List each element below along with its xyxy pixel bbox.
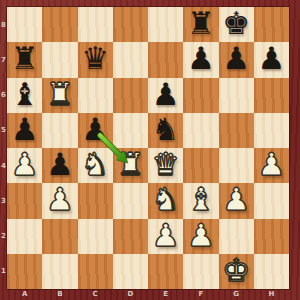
piece-black-pawn-f7[interactable]: ♟ bbox=[187, 43, 215, 74]
piece-white-knight-e3[interactable]: ♞ bbox=[152, 184, 180, 215]
piece-white-knight-c4[interactable]: ♞ bbox=[81, 149, 109, 180]
square-f1[interactable] bbox=[183, 254, 218, 289]
square-f8[interactable]: ♜ bbox=[183, 7, 218, 42]
square-b4[interactable]: ♟ bbox=[42, 148, 77, 183]
rank-label-8: 8 bbox=[0, 21, 7, 29]
square-g6[interactable] bbox=[219, 78, 254, 113]
piece-black-queen-c7[interactable]: ♛ bbox=[81, 43, 109, 74]
chess-board: ♜♚♜♛♟♟♟♝♜♟♟♟♞♟♟♞♜♛♟♟♞♝♟♟♟♚ bbox=[7, 7, 289, 289]
piece-black-rook-f8[interactable]: ♜ bbox=[187, 8, 215, 39]
square-e4[interactable]: ♛ bbox=[148, 148, 183, 183]
square-b7[interactable] bbox=[42, 42, 77, 77]
file-label-f: F bbox=[183, 290, 218, 299]
square-d8[interactable] bbox=[113, 7, 148, 42]
square-g1[interactable]: ♚ bbox=[219, 254, 254, 289]
square-a1[interactable] bbox=[7, 254, 42, 289]
square-c2[interactable] bbox=[78, 219, 113, 254]
square-f7[interactable]: ♟ bbox=[183, 42, 218, 77]
rank-label-6: 6 bbox=[0, 91, 7, 99]
file-label-h: H bbox=[254, 290, 289, 299]
file-label-a: A bbox=[7, 290, 42, 299]
file-label-g: G bbox=[219, 290, 254, 299]
square-e1[interactable] bbox=[148, 254, 183, 289]
square-c5[interactable]: ♟ bbox=[78, 113, 113, 148]
square-e5[interactable]: ♞ bbox=[148, 113, 183, 148]
rank-label-2: 2 bbox=[0, 232, 7, 240]
piece-white-pawn-a4[interactable]: ♟ bbox=[11, 149, 39, 180]
square-c6[interactable] bbox=[78, 78, 113, 113]
rank-label-7: 7 bbox=[0, 56, 7, 64]
square-g7[interactable]: ♟ bbox=[219, 42, 254, 77]
piece-black-pawn-h7[interactable]: ♟ bbox=[257, 43, 285, 74]
piece-black-knight-e5[interactable]: ♞ bbox=[152, 114, 180, 145]
square-f3[interactable]: ♝ bbox=[183, 183, 218, 218]
square-h3[interactable] bbox=[254, 183, 289, 218]
square-c3[interactable] bbox=[78, 183, 113, 218]
board-frame: ♜♚♜♛♟♟♟♝♜♟♟♟♞♟♟♞♜♛♟♟♞♝♟♟♟♚ 87654321ABCDE… bbox=[0, 0, 300, 300]
square-b1[interactable] bbox=[42, 254, 77, 289]
rank-label-3: 3 bbox=[0, 197, 7, 205]
piece-black-rook-a7[interactable]: ♜ bbox=[11, 43, 39, 74]
square-g3[interactable]: ♟ bbox=[219, 183, 254, 218]
square-a7[interactable]: ♜ bbox=[7, 42, 42, 77]
square-f5[interactable] bbox=[183, 113, 218, 148]
square-b3[interactable]: ♟ bbox=[42, 183, 77, 218]
square-d5[interactable] bbox=[113, 113, 148, 148]
square-f4[interactable] bbox=[183, 148, 218, 183]
piece-white-rook-b6[interactable]: ♜ bbox=[46, 79, 74, 110]
square-f2[interactable]: ♟ bbox=[183, 219, 218, 254]
piece-black-pawn-e6[interactable]: ♟ bbox=[152, 79, 180, 110]
square-a5[interactable]: ♟ bbox=[7, 113, 42, 148]
piece-white-king-g1[interactable]: ♚ bbox=[222, 255, 250, 286]
piece-white-pawn-h4[interactable]: ♟ bbox=[257, 149, 285, 180]
piece-white-rook-d4[interactable]: ♜ bbox=[116, 149, 144, 180]
piece-white-queen-e4[interactable]: ♛ bbox=[152, 149, 180, 180]
square-h7[interactable]: ♟ bbox=[254, 42, 289, 77]
square-c8[interactable] bbox=[78, 7, 113, 42]
square-c4[interactable]: ♞ bbox=[78, 148, 113, 183]
square-b8[interactable] bbox=[42, 7, 77, 42]
square-b5[interactable] bbox=[42, 113, 77, 148]
square-b2[interactable] bbox=[42, 219, 77, 254]
piece-black-pawn-a5[interactable]: ♟ bbox=[11, 114, 39, 145]
piece-black-pawn-c5[interactable]: ♟ bbox=[81, 114, 109, 145]
piece-white-pawn-f2[interactable]: ♟ bbox=[187, 220, 215, 251]
square-e7[interactable] bbox=[148, 42, 183, 77]
piece-black-pawn-b4[interactable]: ♟ bbox=[46, 149, 74, 180]
rank-label-4: 4 bbox=[0, 162, 7, 170]
square-h8[interactable] bbox=[254, 7, 289, 42]
square-a4[interactable]: ♟ bbox=[7, 148, 42, 183]
piece-black-king-g8[interactable]: ♚ bbox=[222, 8, 250, 39]
square-e6[interactable]: ♟ bbox=[148, 78, 183, 113]
square-e8[interactable] bbox=[148, 7, 183, 42]
square-a8[interactable] bbox=[7, 7, 42, 42]
square-g8[interactable]: ♚ bbox=[219, 7, 254, 42]
square-h1[interactable] bbox=[254, 254, 289, 289]
square-g5[interactable] bbox=[219, 113, 254, 148]
square-d4[interactable]: ♜ bbox=[113, 148, 148, 183]
file-label-e: E bbox=[148, 290, 183, 299]
rank-label-5: 5 bbox=[0, 126, 7, 134]
square-h4[interactable]: ♟ bbox=[254, 148, 289, 183]
square-d1[interactable] bbox=[113, 254, 148, 289]
piece-black-bishop-a6[interactable]: ♝ bbox=[11, 79, 39, 110]
square-a6[interactable]: ♝ bbox=[7, 78, 42, 113]
square-c7[interactable]: ♛ bbox=[78, 42, 113, 77]
file-label-b: B bbox=[42, 290, 77, 299]
file-label-d: D bbox=[113, 290, 148, 299]
square-c1[interactable] bbox=[78, 254, 113, 289]
piece-white-bishop-f3[interactable]: ♝ bbox=[187, 184, 215, 215]
square-b6[interactable]: ♜ bbox=[42, 78, 77, 113]
piece-white-pawn-g3[interactable]: ♟ bbox=[222, 184, 250, 215]
file-label-c: C bbox=[78, 290, 113, 299]
piece-white-pawn-b3[interactable]: ♟ bbox=[46, 184, 74, 215]
square-h2[interactable] bbox=[254, 219, 289, 254]
square-h5[interactable] bbox=[254, 113, 289, 148]
square-a3[interactable] bbox=[7, 183, 42, 218]
square-a2[interactable] bbox=[7, 219, 42, 254]
square-d2[interactable] bbox=[113, 219, 148, 254]
square-g2[interactable] bbox=[219, 219, 254, 254]
square-e2[interactable]: ♟ bbox=[148, 219, 183, 254]
square-d7[interactable] bbox=[113, 42, 148, 77]
square-g4[interactable] bbox=[219, 148, 254, 183]
square-e3[interactable]: ♞ bbox=[148, 183, 183, 218]
square-f6[interactable] bbox=[183, 78, 218, 113]
piece-black-pawn-g7[interactable]: ♟ bbox=[222, 43, 250, 74]
rank-label-1: 1 bbox=[0, 267, 7, 275]
square-d6[interactable] bbox=[113, 78, 148, 113]
piece-white-pawn-e2[interactable]: ♟ bbox=[152, 220, 180, 251]
square-d3[interactable] bbox=[113, 183, 148, 218]
square-h6[interactable] bbox=[254, 78, 289, 113]
